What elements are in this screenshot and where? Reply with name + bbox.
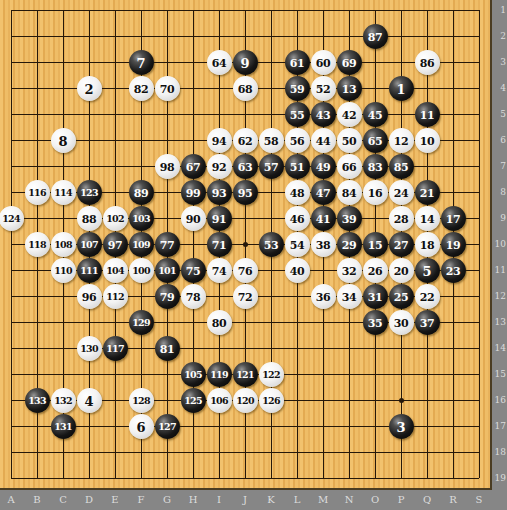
intersection-L15[interactable]	[284, 361, 310, 387]
intersection-P12[interactable]: 25	[388, 283, 414, 309]
stone-white-18[interactable]: 18	[415, 232, 440, 257]
intersection-I4[interactable]	[206, 75, 232, 101]
stone-white-40[interactable]: 40	[285, 258, 310, 283]
intersection-K7[interactable]: 57	[258, 153, 284, 179]
intersection-A6[interactable]	[0, 127, 24, 153]
intersection-M16[interactable]	[310, 387, 336, 413]
intersection-S17[interactable]	[466, 413, 492, 439]
intersection-C1[interactable]	[50, 0, 76, 23]
intersection-B18[interactable]	[24, 439, 50, 465]
intersection-E14[interactable]: 117	[102, 335, 128, 361]
intersection-A7[interactable]	[0, 153, 24, 179]
intersection-K19[interactable]	[258, 465, 284, 490]
stone-black-127[interactable]: 127	[155, 414, 180, 439]
intersection-O5[interactable]: 45	[362, 101, 388, 127]
intersection-G2[interactable]	[154, 23, 180, 49]
intersection-H12[interactable]: 78	[180, 283, 206, 309]
intersection-L2[interactable]	[284, 23, 310, 49]
intersection-K14[interactable]	[258, 335, 284, 361]
intersection-C9[interactable]	[50, 205, 76, 231]
intersection-F4[interactable]: 82	[128, 75, 154, 101]
intersection-O6[interactable]: 65	[362, 127, 388, 153]
intersection-G13[interactable]	[154, 309, 180, 335]
stone-white-58[interactable]: 58	[259, 128, 284, 153]
stone-white-100[interactable]: 100	[129, 258, 154, 283]
intersection-O7[interactable]: 83	[362, 153, 388, 179]
stone-white-112[interactable]: 112	[103, 284, 128, 309]
intersection-H13[interactable]	[180, 309, 206, 335]
intersection-N2[interactable]	[336, 23, 362, 49]
intersection-C6[interactable]: 8	[50, 127, 76, 153]
intersection-R6[interactable]	[440, 127, 466, 153]
stone-white-50[interactable]: 50	[337, 128, 362, 153]
intersection-D6[interactable]	[76, 127, 102, 153]
intersection-J9[interactable]	[232, 205, 258, 231]
intersection-N18[interactable]	[336, 439, 362, 465]
intersection-P3[interactable]	[388, 49, 414, 75]
stone-black-13[interactable]: 13	[337, 76, 362, 101]
stone-black-133[interactable]: 133	[25, 388, 50, 413]
intersection-K1[interactable]	[258, 0, 284, 23]
intersection-F3[interactable]: 7	[128, 49, 154, 75]
intersection-A5[interactable]	[0, 101, 24, 127]
stone-black-107[interactable]: 107	[77, 232, 102, 257]
intersection-C15[interactable]	[50, 361, 76, 387]
intersection-D4[interactable]: 2	[76, 75, 102, 101]
intersection-P7[interactable]: 85	[388, 153, 414, 179]
intersection-I5[interactable]	[206, 101, 232, 127]
intersection-C13[interactable]	[50, 309, 76, 335]
intersection-A12[interactable]	[0, 283, 24, 309]
intersection-K3[interactable]	[258, 49, 284, 75]
stone-white-26[interactable]: 26	[363, 258, 388, 283]
stone-black-85[interactable]: 85	[389, 154, 414, 179]
intersection-R8[interactable]	[440, 179, 466, 205]
intersection-R14[interactable]	[440, 335, 466, 361]
stone-white-130[interactable]: 130	[77, 336, 102, 361]
stone-black-83[interactable]: 83	[363, 154, 388, 179]
intersection-I14[interactable]	[206, 335, 232, 361]
stone-white-14[interactable]: 14	[415, 206, 440, 231]
intersection-L5[interactable]: 55	[284, 101, 310, 127]
intersection-Q6[interactable]: 10	[414, 127, 440, 153]
intersection-I9[interactable]: 91	[206, 205, 232, 231]
intersection-R7[interactable]	[440, 153, 466, 179]
stone-black-7[interactable]: 7	[129, 50, 154, 75]
intersection-I13[interactable]: 80	[206, 309, 232, 335]
intersection-B13[interactable]	[24, 309, 50, 335]
intersection-D2[interactable]	[76, 23, 102, 49]
intersection-C12[interactable]	[50, 283, 76, 309]
intersection-G16[interactable]	[154, 387, 180, 413]
stone-black-39[interactable]: 39	[337, 206, 362, 231]
intersection-N5[interactable]: 42	[336, 101, 362, 127]
intersection-O2[interactable]: 87	[362, 23, 388, 49]
stone-black-97[interactable]: 97	[103, 232, 128, 257]
intersection-A17[interactable]	[0, 413, 24, 439]
intersection-P14[interactable]	[388, 335, 414, 361]
intersection-S19[interactable]	[466, 465, 492, 490]
stone-white-118[interactable]: 118	[25, 232, 50, 257]
intersection-A1[interactable]	[0, 0, 24, 23]
intersection-Q3[interactable]: 86	[414, 49, 440, 75]
intersection-O16[interactable]	[362, 387, 388, 413]
intersection-P4[interactable]: 1	[388, 75, 414, 101]
intersection-H4[interactable]	[180, 75, 206, 101]
intersection-C19[interactable]	[50, 465, 76, 490]
intersection-H1[interactable]	[180, 0, 206, 23]
stone-white-132[interactable]: 132	[51, 388, 76, 413]
intersection-H11[interactable]: 75	[180, 257, 206, 283]
stone-white-54[interactable]: 54	[285, 232, 310, 257]
intersection-M6[interactable]: 44	[310, 127, 336, 153]
intersection-H8[interactable]: 99	[180, 179, 206, 205]
intersection-S14[interactable]	[466, 335, 492, 361]
intersection-K11[interactable]	[258, 257, 284, 283]
stone-white-34[interactable]: 34	[337, 284, 362, 309]
stone-white-32[interactable]: 32	[337, 258, 362, 283]
intersection-I6[interactable]: 94	[206, 127, 232, 153]
intersection-P2[interactable]	[388, 23, 414, 49]
stone-white-28[interactable]: 28	[389, 206, 414, 231]
intersection-F19[interactable]	[128, 465, 154, 490]
intersection-A11[interactable]	[0, 257, 24, 283]
intersection-Q5[interactable]: 11	[414, 101, 440, 127]
intersection-N13[interactable]	[336, 309, 362, 335]
intersection-H9[interactable]: 90	[180, 205, 206, 231]
intersection-O4[interactable]	[362, 75, 388, 101]
stone-black-125[interactable]: 125	[181, 388, 206, 413]
stone-black-23[interactable]: 23	[441, 258, 466, 283]
intersection-R19[interactable]	[440, 465, 466, 490]
intersection-Q8[interactable]: 21	[414, 179, 440, 205]
intersection-B14[interactable]	[24, 335, 50, 361]
stone-white-70[interactable]: 70	[155, 76, 180, 101]
intersection-K6[interactable]: 58	[258, 127, 284, 153]
intersection-F8[interactable]: 89	[128, 179, 154, 205]
intersection-C17[interactable]: 131	[50, 413, 76, 439]
intersection-J14[interactable]	[232, 335, 258, 361]
stone-white-12[interactable]: 12	[389, 128, 414, 153]
intersection-A15[interactable]	[0, 361, 24, 387]
intersection-L8[interactable]: 48	[284, 179, 310, 205]
intersection-N7[interactable]: 66	[336, 153, 362, 179]
intersection-P11[interactable]: 20	[388, 257, 414, 283]
intersection-J2[interactable]	[232, 23, 258, 49]
intersection-G11[interactable]: 101	[154, 257, 180, 283]
stone-black-119[interactable]: 119	[207, 362, 232, 387]
intersection-M7[interactable]: 49	[310, 153, 336, 179]
intersection-O3[interactable]	[362, 49, 388, 75]
intersection-E9[interactable]: 102	[102, 205, 128, 231]
stone-black-69[interactable]: 69	[337, 50, 362, 75]
intersection-N11[interactable]: 32	[336, 257, 362, 283]
stone-white-94[interactable]: 94	[207, 128, 232, 153]
intersection-E8[interactable]	[102, 179, 128, 205]
intersection-Q10[interactable]: 18	[414, 231, 440, 257]
intersection-F9[interactable]: 103	[128, 205, 154, 231]
stone-black-47[interactable]: 47	[311, 180, 336, 205]
intersection-M12[interactable]: 36	[310, 283, 336, 309]
intersection-D12[interactable]: 96	[76, 283, 102, 309]
intersection-F7[interactable]	[128, 153, 154, 179]
intersection-R9[interactable]: 17	[440, 205, 466, 231]
intersection-N10[interactable]: 29	[336, 231, 362, 257]
stone-white-116[interactable]: 116	[25, 180, 50, 205]
intersection-B9[interactable]	[24, 205, 50, 231]
intersection-L16[interactable]	[284, 387, 310, 413]
stone-white-68[interactable]: 68	[233, 76, 258, 101]
intersection-E16[interactable]	[102, 387, 128, 413]
intersection-N3[interactable]: 69	[336, 49, 362, 75]
stone-black-25[interactable]: 25	[389, 284, 414, 309]
intersection-R5[interactable]	[440, 101, 466, 127]
intersection-B8[interactable]: 116	[24, 179, 50, 205]
intersection-N9[interactable]: 39	[336, 205, 362, 231]
intersection-R4[interactable]	[440, 75, 466, 101]
intersection-K4[interactable]	[258, 75, 284, 101]
stone-white-20[interactable]: 20	[389, 258, 414, 283]
intersection-S10[interactable]	[466, 231, 492, 257]
intersection-N1[interactable]	[336, 0, 362, 23]
intersection-L19[interactable]	[284, 465, 310, 490]
intersection-G4[interactable]: 70	[154, 75, 180, 101]
intersection-E3[interactable]	[102, 49, 128, 75]
intersection-I19[interactable]	[206, 465, 232, 490]
intersection-C18[interactable]	[50, 439, 76, 465]
intersection-M4[interactable]: 52	[310, 75, 336, 101]
stone-white-6[interactable]: 6	[129, 414, 154, 439]
intersection-F11[interactable]: 100	[128, 257, 154, 283]
intersection-R12[interactable]	[440, 283, 466, 309]
stone-black-103[interactable]: 103	[129, 206, 154, 231]
intersection-I7[interactable]: 92	[206, 153, 232, 179]
stone-white-108[interactable]: 108	[51, 232, 76, 257]
intersection-G5[interactable]	[154, 101, 180, 127]
stone-black-9[interactable]: 9	[233, 50, 258, 75]
intersection-D14[interactable]: 130	[76, 335, 102, 361]
intersection-A9[interactable]: 124	[0, 205, 24, 231]
intersection-D10[interactable]: 107	[76, 231, 102, 257]
intersection-K10[interactable]: 53	[258, 231, 284, 257]
intersection-J8[interactable]: 95	[232, 179, 258, 205]
stone-black-49[interactable]: 49	[311, 154, 336, 179]
intersection-N6[interactable]: 50	[336, 127, 362, 153]
intersection-B7[interactable]	[24, 153, 50, 179]
stone-white-24[interactable]: 24	[389, 180, 414, 205]
intersection-M15[interactable]	[310, 361, 336, 387]
intersection-P10[interactable]: 27	[388, 231, 414, 257]
stone-black-101[interactable]: 101	[155, 258, 180, 283]
stone-white-62[interactable]: 62	[233, 128, 258, 153]
intersection-P1[interactable]	[388, 0, 414, 23]
intersection-D9[interactable]: 88	[76, 205, 102, 231]
intersection-D11[interactable]: 111	[76, 257, 102, 283]
intersection-H17[interactable]	[180, 413, 206, 439]
intersection-O19[interactable]	[362, 465, 388, 490]
intersection-D1[interactable]	[76, 0, 102, 23]
intersection-N14[interactable]	[336, 335, 362, 361]
intersection-A3[interactable]	[0, 49, 24, 75]
intersection-M5[interactable]: 43	[310, 101, 336, 127]
intersection-Q17[interactable]	[414, 413, 440, 439]
intersection-D13[interactable]	[76, 309, 102, 335]
intersection-P18[interactable]	[388, 439, 414, 465]
intersection-J19[interactable]	[232, 465, 258, 490]
intersection-K2[interactable]	[258, 23, 284, 49]
intersection-S7[interactable]	[466, 153, 492, 179]
intersection-H5[interactable]	[180, 101, 206, 127]
intersection-F10[interactable]: 109	[128, 231, 154, 257]
intersection-J12[interactable]: 72	[232, 283, 258, 309]
stone-black-17[interactable]: 17	[441, 206, 466, 231]
intersection-M2[interactable]	[310, 23, 336, 49]
intersection-L6[interactable]: 56	[284, 127, 310, 153]
intersection-I16[interactable]: 106	[206, 387, 232, 413]
intersection-P17[interactable]: 3	[388, 413, 414, 439]
stone-black-55[interactable]: 55	[285, 102, 310, 127]
intersection-Q12[interactable]: 22	[414, 283, 440, 309]
intersection-L1[interactable]	[284, 0, 310, 23]
intersection-E2[interactable]	[102, 23, 128, 49]
intersection-S18[interactable]	[466, 439, 492, 465]
intersection-H3[interactable]	[180, 49, 206, 75]
intersection-M8[interactable]: 47	[310, 179, 336, 205]
stone-black-63[interactable]: 63	[233, 154, 258, 179]
intersection-A16[interactable]	[0, 387, 24, 413]
intersection-L4[interactable]: 59	[284, 75, 310, 101]
intersection-L18[interactable]	[284, 439, 310, 465]
intersection-J4[interactable]: 68	[232, 75, 258, 101]
stone-black-31[interactable]: 31	[363, 284, 388, 309]
intersection-A18[interactable]	[0, 439, 24, 465]
intersection-E7[interactable]	[102, 153, 128, 179]
stone-white-46[interactable]: 46	[285, 206, 310, 231]
intersection-I8[interactable]: 93	[206, 179, 232, 205]
stone-black-121[interactable]: 121	[233, 362, 258, 387]
intersection-S15[interactable]	[466, 361, 492, 387]
stone-white-96[interactable]: 96	[77, 284, 102, 309]
stone-white-84[interactable]: 84	[337, 180, 362, 205]
intersection-F1[interactable]	[128, 0, 154, 23]
intersection-C5[interactable]	[50, 101, 76, 127]
intersection-G1[interactable]	[154, 0, 180, 23]
intersection-M10[interactable]: 38	[310, 231, 336, 257]
intersection-L7[interactable]: 51	[284, 153, 310, 179]
intersection-F5[interactable]	[128, 101, 154, 127]
intersection-O10[interactable]: 15	[362, 231, 388, 257]
intersection-R17[interactable]	[440, 413, 466, 439]
intersection-Q16[interactable]	[414, 387, 440, 413]
intersection-B4[interactable]	[24, 75, 50, 101]
intersection-F13[interactable]: 129	[128, 309, 154, 335]
intersection-M11[interactable]	[310, 257, 336, 283]
stone-white-48[interactable]: 48	[285, 180, 310, 205]
intersection-D8[interactable]: 123	[76, 179, 102, 205]
intersection-O13[interactable]: 35	[362, 309, 388, 335]
intersection-A13[interactable]	[0, 309, 24, 335]
stone-black-35[interactable]: 35	[363, 310, 388, 335]
intersection-J1[interactable]	[232, 0, 258, 23]
intersection-I15[interactable]: 119	[206, 361, 232, 387]
intersection-D5[interactable]	[76, 101, 102, 127]
intersection-B12[interactable]	[24, 283, 50, 309]
intersection-F16[interactable]: 128	[128, 387, 154, 413]
stone-white-122[interactable]: 122	[259, 362, 284, 387]
intersection-P19[interactable]	[388, 465, 414, 490]
stone-white-114[interactable]: 114	[51, 180, 76, 205]
intersection-E1[interactable]	[102, 0, 128, 23]
intersection-E11[interactable]: 104	[102, 257, 128, 283]
intersection-B15[interactable]	[24, 361, 50, 387]
intersection-E13[interactable]	[102, 309, 128, 335]
stone-black-29[interactable]: 29	[337, 232, 362, 257]
intersection-D18[interactable]	[76, 439, 102, 465]
intersection-R1[interactable]	[440, 0, 466, 23]
intersection-H19[interactable]	[180, 465, 206, 490]
intersection-M17[interactable]	[310, 413, 336, 439]
stone-black-111[interactable]: 111	[77, 258, 102, 283]
stone-black-3[interactable]: 3	[389, 414, 414, 439]
stone-black-21[interactable]: 21	[415, 180, 440, 205]
intersection-I2[interactable]	[206, 23, 232, 49]
intersection-G14[interactable]: 81	[154, 335, 180, 361]
stone-black-71[interactable]: 71	[207, 232, 232, 257]
intersection-O17[interactable]	[362, 413, 388, 439]
stone-white-128[interactable]: 128	[129, 388, 154, 413]
intersection-P9[interactable]: 28	[388, 205, 414, 231]
intersection-Q18[interactable]	[414, 439, 440, 465]
stone-black-5[interactable]: 5	[415, 258, 440, 283]
stone-white-64[interactable]: 64	[207, 50, 232, 75]
stone-white-56[interactable]: 56	[285, 128, 310, 153]
stone-white-60[interactable]: 60	[311, 50, 336, 75]
intersection-D3[interactable]	[76, 49, 102, 75]
intersection-N8[interactable]: 84	[336, 179, 362, 205]
intersection-G7[interactable]: 98	[154, 153, 180, 179]
intersection-I12[interactable]	[206, 283, 232, 309]
stone-black-77[interactable]: 77	[155, 232, 180, 257]
intersection-G15[interactable]	[154, 361, 180, 387]
intersection-H18[interactable]	[180, 439, 206, 465]
stone-black-131[interactable]: 131	[51, 414, 76, 439]
stone-white-76[interactable]: 76	[233, 258, 258, 283]
intersection-N16[interactable]	[336, 387, 362, 413]
intersection-Q19[interactable]	[414, 465, 440, 490]
intersection-S16[interactable]	[466, 387, 492, 413]
intersection-P15[interactable]	[388, 361, 414, 387]
intersection-M1[interactable]	[310, 0, 336, 23]
intersection-R18[interactable]	[440, 439, 466, 465]
intersection-B1[interactable]	[24, 0, 50, 23]
intersection-S9[interactable]	[466, 205, 492, 231]
intersection-O11[interactable]: 26	[362, 257, 388, 283]
intersection-A19[interactable]	[0, 465, 24, 490]
intersection-K15[interactable]: 122	[258, 361, 284, 387]
stone-white-52[interactable]: 52	[311, 76, 336, 101]
intersection-G17[interactable]: 127	[154, 413, 180, 439]
stone-black-109[interactable]: 109	[129, 232, 154, 257]
stone-white-4[interactable]: 4	[77, 388, 102, 413]
intersection-O8[interactable]: 16	[362, 179, 388, 205]
intersection-K17[interactable]	[258, 413, 284, 439]
intersection-F14[interactable]	[128, 335, 154, 361]
intersection-J5[interactable]	[232, 101, 258, 127]
intersection-K5[interactable]	[258, 101, 284, 127]
intersection-E6[interactable]	[102, 127, 128, 153]
stone-white-86[interactable]: 86	[415, 50, 440, 75]
intersection-L3[interactable]: 61	[284, 49, 310, 75]
